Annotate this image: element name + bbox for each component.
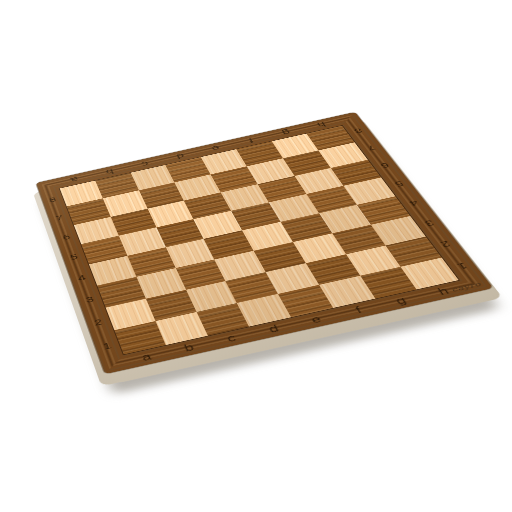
product-photo-stage: abcdefgh abcdefgh 87654321 87654321 cayr… [0, 0, 512, 512]
chessboard: abcdefgh abcdefgh 87654321 87654321 cayr… [36, 112, 493, 374]
